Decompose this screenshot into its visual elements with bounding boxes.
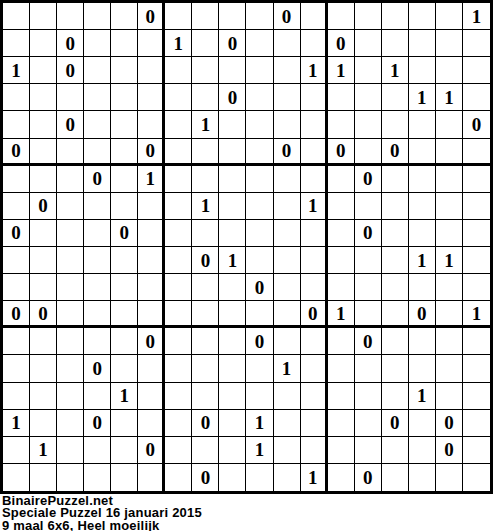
cell-r7-c11: 1 (301, 193, 328, 220)
cell-r13-c15[interactable] (409, 355, 436, 382)
cell-r2-c5[interactable] (138, 57, 165, 84)
cell-r8-c8[interactable] (219, 220, 246, 247)
cell-r8-c6[interactable] (165, 220, 192, 247)
cell-r5-c15[interactable] (409, 139, 436, 166)
cell-r15-c13[interactable] (355, 410, 382, 437)
cell-r11-c9[interactable] (246, 301, 273, 328)
cell-r4-c2: 0 (57, 111, 84, 138)
cell-r3-c1[interactable] (30, 84, 57, 111)
cell-r2-c14: 1 (382, 57, 409, 84)
cell-r8-c16[interactable] (436, 220, 463, 247)
cell-r0-c5: 0 (138, 3, 165, 30)
cell-r8-c2[interactable] (57, 220, 84, 247)
cell-r3-c9[interactable] (246, 84, 273, 111)
cell-r6-c7[interactable] (192, 166, 219, 193)
cell-r14-c8[interactable] (219, 383, 246, 410)
cell-r5-c1[interactable] (30, 139, 57, 166)
cell-r13-c1[interactable] (30, 355, 57, 382)
cell-r0-c13[interactable] (355, 3, 382, 30)
cell-r14-c7[interactable] (192, 383, 219, 410)
cell-r6-c11[interactable] (301, 166, 328, 193)
cell-r10-c14[interactable] (382, 274, 409, 301)
cell-r1-c4[interactable] (111, 30, 138, 57)
cell-r15-c14: 0 (382, 410, 409, 437)
cell-r11-c2[interactable] (57, 301, 84, 328)
cell-r7-c5[interactable] (138, 193, 165, 220)
cell-r12-c3[interactable] (84, 328, 111, 355)
cell-r12-c9: 0 (246, 328, 273, 355)
cell-r4-c14[interactable] (382, 111, 409, 138)
cell-r16-c9: 1 (246, 437, 273, 464)
cell-r7-c12[interactable] (328, 193, 355, 220)
cell-r9-c8: 1 (219, 247, 246, 274)
cell-r17-c13: 0 (355, 464, 382, 491)
cell-r14-c10[interactable] (274, 383, 301, 410)
cell-r0-c4[interactable] (111, 3, 138, 30)
cell-r0-c15[interactable] (409, 3, 436, 30)
cell-r16-c2[interactable] (57, 437, 84, 464)
cell-r11-c12: 1 (328, 301, 355, 328)
cell-r2-c13[interactable] (355, 57, 382, 84)
cell-r13-c4[interactable] (111, 355, 138, 382)
cell-r17-c2[interactable] (57, 464, 84, 491)
cell-r10-c7[interactable] (192, 274, 219, 301)
cell-r16-c11[interactable] (301, 437, 328, 464)
cell-r4-c5[interactable] (138, 111, 165, 138)
cell-r5-c13[interactable] (355, 139, 382, 166)
cell-r10-c6[interactable] (165, 274, 192, 301)
cell-r14-c14[interactable] (382, 383, 409, 410)
cell-r13-c5[interactable] (138, 355, 165, 382)
cell-r0-c12[interactable] (328, 3, 355, 30)
cell-r16-c7[interactable] (192, 437, 219, 464)
cell-r4-c3[interactable] (84, 111, 111, 138)
cell-r10-c4[interactable] (111, 274, 138, 301)
cell-r4-c0[interactable] (3, 111, 30, 138)
cell-r7-c8[interactable] (219, 193, 246, 220)
cell-r12-c7[interactable] (192, 328, 219, 355)
cell-r10-c0[interactable] (3, 274, 30, 301)
cell-r8-c15[interactable] (409, 220, 436, 247)
cell-r1-c5[interactable] (138, 30, 165, 57)
cell-r8-c1[interactable] (30, 220, 57, 247)
cell-r12-c17[interactable] (463, 328, 490, 355)
cell-r14-c6[interactable] (165, 383, 192, 410)
cell-r3-c15: 1 (409, 84, 436, 111)
cell-r0-c14[interactable] (382, 3, 409, 30)
cell-r5-c6[interactable] (165, 139, 192, 166)
cell-r9-c14[interactable] (382, 247, 409, 274)
cell-r8-c14[interactable] (382, 220, 409, 247)
cell-r9-c6[interactable] (165, 247, 192, 274)
cell-r17-c5[interactable] (138, 464, 165, 491)
cell-r16-c10[interactable] (274, 437, 301, 464)
cell-r9-c1[interactable] (30, 247, 57, 274)
cell-r6-c16[interactable] (436, 166, 463, 193)
cell-r3-c2[interactable] (57, 84, 84, 111)
cell-r4-c13[interactable] (355, 111, 382, 138)
cell-r17-c6[interactable] (165, 464, 192, 491)
cell-r4-c15[interactable] (409, 111, 436, 138)
cell-r16-c12[interactable] (328, 437, 355, 464)
cell-r10-c12[interactable] (328, 274, 355, 301)
cell-r0-c3[interactable] (84, 3, 111, 30)
cell-r10-c2[interactable] (57, 274, 84, 301)
cell-r6-c2[interactable] (57, 166, 84, 193)
cell-r15-c9: 1 (246, 410, 273, 437)
cell-r1-c1[interactable] (30, 30, 57, 57)
cell-r17-c1[interactable] (30, 464, 57, 491)
cell-r7-c14[interactable] (382, 193, 409, 220)
cell-r6-c1[interactable] (30, 166, 57, 193)
cell-r2-c16[interactable] (436, 57, 463, 84)
cell-r17-c14[interactable] (382, 464, 409, 491)
cell-r16-c1: 1 (30, 437, 57, 464)
cell-r9-c13[interactable] (355, 247, 382, 274)
cell-r17-c17[interactable] (463, 464, 490, 491)
cell-r15-c11[interactable] (301, 410, 328, 437)
cell-r12-c2[interactable] (57, 328, 84, 355)
cell-r2-c15[interactable] (409, 57, 436, 84)
cell-r17-c12[interactable] (328, 464, 355, 491)
cell-r9-c2[interactable] (57, 247, 84, 274)
cell-r13-c6[interactable] (165, 355, 192, 382)
cell-r17-c10[interactable] (274, 464, 301, 491)
cell-r11-c4[interactable] (111, 301, 138, 328)
cell-r15-c16: 0 (436, 410, 463, 437)
cell-r3-c4[interactable] (111, 84, 138, 111)
cell-r7-c6[interactable] (165, 193, 192, 220)
cell-r12-c14[interactable] (382, 328, 409, 355)
cell-r13-c0[interactable] (3, 355, 30, 382)
cell-r17-c15[interactable] (409, 464, 436, 491)
cell-r6-c4[interactable] (111, 166, 138, 193)
cell-r13-c13[interactable] (355, 355, 382, 382)
footer: BinairePuzzel.net Speciale Puzzel 16 jan… (0, 494, 493, 531)
cell-r9-c9[interactable] (246, 247, 273, 274)
cell-r7-c15[interactable] (409, 193, 436, 220)
cell-r16-c0[interactable] (3, 437, 30, 464)
cell-r4-c11[interactable] (301, 111, 328, 138)
cell-r14-c13[interactable] (355, 383, 382, 410)
cell-r9-c16: 1 (436, 247, 463, 274)
cell-r14-c3[interactable] (84, 383, 111, 410)
puzzle-spec: 9 maal 6x6, Heel moeilijk (2, 520, 493, 531)
cell-r17-c4[interactable] (111, 464, 138, 491)
cell-r13-c7[interactable] (192, 355, 219, 382)
cell-r12-c13: 0 (355, 328, 382, 355)
cell-r4-c9[interactable] (246, 111, 273, 138)
cell-r14-c16[interactable] (436, 383, 463, 410)
cell-r3-c11[interactable] (301, 84, 328, 111)
cell-r15-c8[interactable] (219, 410, 246, 437)
cell-r14-c0[interactable] (3, 383, 30, 410)
cell-r0-c7[interactable] (192, 3, 219, 30)
cell-r3-c13[interactable] (355, 84, 382, 111)
cell-r9-c15: 1 (409, 247, 436, 274)
cell-r10-c5[interactable] (138, 274, 165, 301)
cell-r7-c16[interactable] (436, 193, 463, 220)
cell-r6-c10[interactable] (274, 166, 301, 193)
cell-r14-c17[interactable] (463, 383, 490, 410)
cell-r8-c17[interactable] (463, 220, 490, 247)
cell-r0-c2[interactable] (57, 3, 84, 30)
cell-r11-c16[interactable] (436, 301, 463, 328)
cell-r13-c14[interactable] (382, 355, 409, 382)
cell-r1-c3[interactable] (84, 30, 111, 57)
cell-r17-c8[interactable] (219, 464, 246, 491)
cell-r9-c7: 0 (192, 247, 219, 274)
cell-r14-c12[interactable] (328, 383, 355, 410)
cell-r10-c15[interactable] (409, 274, 436, 301)
cell-r12-c11[interactable] (301, 328, 328, 355)
cell-r14-c5[interactable] (138, 383, 165, 410)
cell-r1-c14[interactable] (382, 30, 409, 57)
cell-r0-c6[interactable] (165, 3, 192, 30)
cell-r15-c5[interactable] (138, 410, 165, 437)
cell-r14-c4: 1 (111, 383, 138, 410)
cell-r9-c4[interactable] (111, 247, 138, 274)
cell-r15-c2[interactable] (57, 410, 84, 437)
cell-r14-c1[interactable] (30, 383, 57, 410)
cell-r10-c8[interactable] (219, 274, 246, 301)
cell-r10-c13[interactable] (355, 274, 382, 301)
cell-r10-c1[interactable] (30, 274, 57, 301)
cell-r4-c8[interactable] (219, 111, 246, 138)
cell-r13-c9[interactable] (246, 355, 273, 382)
cell-r5-c16[interactable] (436, 139, 463, 166)
cell-r10-c9: 0 (246, 274, 273, 301)
cell-r9-c3[interactable] (84, 247, 111, 274)
cell-r5-c11[interactable] (301, 139, 328, 166)
cell-r15-c6[interactable] (165, 410, 192, 437)
cell-r8-c12[interactable] (328, 220, 355, 247)
cell-r6-c12[interactable] (328, 166, 355, 193)
cell-r9-c10[interactable] (274, 247, 301, 274)
cell-r7-c13[interactable] (355, 193, 382, 220)
cell-r15-c0: 1 (3, 410, 30, 437)
cell-r4-c4[interactable] (111, 111, 138, 138)
cell-r11-c14[interactable] (382, 301, 409, 328)
cell-r1-c17[interactable] (463, 30, 490, 57)
cell-r2-c6[interactable] (165, 57, 192, 84)
cell-r4-c16[interactable] (436, 111, 463, 138)
cell-r12-c16[interactable] (436, 328, 463, 355)
cell-r3-c5[interactable] (138, 84, 165, 111)
cell-r16-c13[interactable] (355, 437, 382, 464)
cell-r15-c17[interactable] (463, 410, 490, 437)
cell-r16-c4[interactable] (111, 437, 138, 464)
cell-r5-c3[interactable] (84, 139, 111, 166)
cell-r11-c5[interactable] (138, 301, 165, 328)
cell-r6-c13: 0 (355, 166, 382, 193)
cell-r1-c6: 1 (165, 30, 192, 57)
cell-r1-c7[interactable] (192, 30, 219, 57)
cell-r16-c16: 0 (436, 437, 463, 464)
cell-r8-c10[interactable] (274, 220, 301, 247)
cell-r13-c2[interactable] (57, 355, 84, 382)
cell-r15-c15[interactable] (409, 410, 436, 437)
cell-r3-c7[interactable] (192, 84, 219, 111)
cell-r15-c10[interactable] (274, 410, 301, 437)
cell-r0-c11[interactable] (301, 3, 328, 30)
cell-r17-c9[interactable] (246, 464, 273, 491)
cell-r4-c10[interactable] (274, 111, 301, 138)
cell-r15-c3: 0 (84, 410, 111, 437)
cell-r15-c1[interactable] (30, 410, 57, 437)
cell-r5-c9[interactable] (246, 139, 273, 166)
cell-r2-c7[interactable] (192, 57, 219, 84)
cell-r10-c10[interactable] (274, 274, 301, 301)
cell-r5-c5: 0 (138, 139, 165, 166)
cell-r4-c17: 0 (463, 111, 490, 138)
cell-r15-c4[interactable] (111, 410, 138, 437)
cell-r7-c9[interactable] (246, 193, 273, 220)
cell-r3-c10[interactable] (274, 84, 301, 111)
cell-r11-c3[interactable] (84, 301, 111, 328)
cell-r0-c0[interactable] (3, 3, 30, 30)
cell-r2-c1[interactable] (30, 57, 57, 84)
cell-r5-c8[interactable] (219, 139, 246, 166)
cell-r6-c8[interactable] (219, 166, 246, 193)
cell-r2-c3[interactable] (84, 57, 111, 84)
cell-r10-c3[interactable] (84, 274, 111, 301)
cell-r3-c6[interactable] (165, 84, 192, 111)
cell-r6-c14[interactable] (382, 166, 409, 193)
cell-r2-c4[interactable] (111, 57, 138, 84)
cell-r7-c3[interactable] (84, 193, 111, 220)
cell-r8-c7[interactable] (192, 220, 219, 247)
cell-r11-c11: 0 (301, 301, 328, 328)
cell-r6-c9[interactable] (246, 166, 273, 193)
cell-r14-c9[interactable] (246, 383, 273, 410)
cell-r17-c0[interactable] (3, 464, 30, 491)
cell-r5-c17[interactable] (463, 139, 490, 166)
cell-r2-c9[interactable] (246, 57, 273, 84)
cell-r3-c12[interactable] (328, 84, 355, 111)
cell-r14-c2[interactable] (57, 383, 84, 410)
cell-r3-c17[interactable] (463, 84, 490, 111)
cell-r13-c17[interactable] (463, 355, 490, 382)
cell-r1-c12: 0 (328, 30, 355, 57)
cell-r7-c4[interactable] (111, 193, 138, 220)
cell-r13-c11[interactable] (301, 355, 328, 382)
cell-r1-c8: 0 (219, 30, 246, 57)
cell-r1-c15[interactable] (409, 30, 436, 57)
cell-r11-c8[interactable] (219, 301, 246, 328)
cell-r1-c13[interactable] (355, 30, 382, 57)
cell-r1-c9[interactable] (246, 30, 273, 57)
cell-r8-c3[interactable] (84, 220, 111, 247)
cell-r13-c12[interactable] (328, 355, 355, 382)
cell-r5-c7[interactable] (192, 139, 219, 166)
cell-r1-c11[interactable] (301, 30, 328, 57)
cell-r3-c0[interactable] (3, 84, 30, 111)
cell-r11-c7[interactable] (192, 301, 219, 328)
cell-r5-c4[interactable] (111, 139, 138, 166)
cell-r0-c8[interactable] (219, 3, 246, 30)
cell-r6-c6[interactable] (165, 166, 192, 193)
cell-r12-c0[interactable] (3, 328, 30, 355)
cell-r1-c16[interactable] (436, 30, 463, 57)
cell-r16-c17[interactable] (463, 437, 490, 464)
cell-r5-c14: 0 (382, 139, 409, 166)
cell-r2-c8[interactable] (219, 57, 246, 84)
cell-r3-c16: 1 (436, 84, 463, 111)
cell-r13-c3: 0 (84, 355, 111, 382)
cell-r5-c2[interactable] (57, 139, 84, 166)
cell-r10-c17[interactable] (463, 274, 490, 301)
cell-r13-c16[interactable] (436, 355, 463, 382)
cell-r17-c16[interactable] (436, 464, 463, 491)
cell-r0-c9[interactable] (246, 3, 273, 30)
cell-r11-c13[interactable] (355, 301, 382, 328)
cell-r10-c11[interactable] (301, 274, 328, 301)
cell-r8-c5[interactable] (138, 220, 165, 247)
cell-r11-c6[interactable] (165, 301, 192, 328)
cell-r1-c10[interactable] (274, 30, 301, 57)
cell-r9-c0[interactable] (3, 247, 30, 274)
cell-r16-c3[interactable] (84, 437, 111, 464)
cell-r7-c17[interactable] (463, 193, 490, 220)
cell-r2-c10[interactable] (274, 57, 301, 84)
cell-r7-c0[interactable] (3, 193, 30, 220)
cell-r12-c12[interactable] (328, 328, 355, 355)
cell-r9-c11[interactable] (301, 247, 328, 274)
cell-r12-c15[interactable] (409, 328, 436, 355)
cell-r10-c16[interactable] (436, 274, 463, 301)
cell-r11-c10[interactable] (274, 301, 301, 328)
cell-r9-c17[interactable] (463, 247, 490, 274)
cell-r16-c15[interactable] (409, 437, 436, 464)
cell-r6-c15[interactable] (409, 166, 436, 193)
cell-r8-c9[interactable] (246, 220, 273, 247)
cell-r15-c12[interactable] (328, 410, 355, 437)
cell-r0-c1[interactable] (30, 3, 57, 30)
cell-r12-c6[interactable] (165, 328, 192, 355)
cell-r0-c16[interactable] (436, 3, 463, 30)
cell-r17-c3[interactable] (84, 464, 111, 491)
cell-r15-c7: 0 (192, 410, 219, 437)
cell-r8-c11[interactable] (301, 220, 328, 247)
cell-r3-c3[interactable] (84, 84, 111, 111)
cell-r4-c12[interactable] (328, 111, 355, 138)
cell-r2-c11: 1 (301, 57, 328, 84)
cell-r16-c8[interactable] (219, 437, 246, 464)
cell-r13-c8[interactable] (219, 355, 246, 382)
cell-r16-c5: 0 (138, 437, 165, 464)
cell-r12-c10[interactable] (274, 328, 301, 355)
cell-r3-c14[interactable] (382, 84, 409, 111)
cell-r4-c1[interactable] (30, 111, 57, 138)
cell-r9-c5[interactable] (138, 247, 165, 274)
cell-r7-c10[interactable] (274, 193, 301, 220)
cell-r16-c14[interactable] (382, 437, 409, 464)
cell-r12-c1[interactable] (30, 328, 57, 355)
cell-r2-c17[interactable] (463, 57, 490, 84)
cell-r1-c0[interactable] (3, 30, 30, 57)
cell-r6-c17[interactable] (463, 166, 490, 193)
cell-r11-c1: 0 (30, 301, 57, 328)
cell-r12-c4[interactable] (111, 328, 138, 355)
cell-r14-c11[interactable] (301, 383, 328, 410)
cell-r9-c12[interactable] (328, 247, 355, 274)
cell-r12-c8[interactable] (219, 328, 246, 355)
cell-r6-c0[interactable] (3, 166, 30, 193)
cell-r4-c6[interactable] (165, 111, 192, 138)
cell-r7-c2[interactable] (57, 193, 84, 220)
cell-r16-c6[interactable] (165, 437, 192, 464)
